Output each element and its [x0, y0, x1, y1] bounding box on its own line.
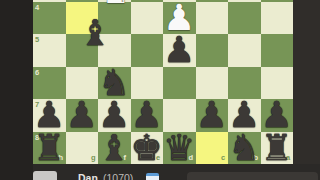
black-pawn-c7[interactable]: ♟ — [196, 99, 229, 132]
black-pawn-h7[interactable]: ♟ — [33, 99, 66, 132]
square-g8[interactable] — [66, 132, 99, 165]
chat-input-box[interactable] — [187, 172, 318, 180]
player-rating: (1070) — [103, 172, 133, 180]
black-pawn-d5[interactable]: ♟ — [163, 34, 196, 67]
square-e4[interactable] — [131, 2, 164, 35]
black-queen-d8[interactable]: ♛ — [163, 132, 196, 165]
black-rook-a8[interactable]: ♜ — [261, 132, 294, 165]
chess-board[interactable]: 45678hgfedcba♜♞♛♚♝♜♟♟♟♟♟♟♟♞♟♝♟♞ — [33, 0, 293, 164]
black-pawn-f7[interactable]: ♟ — [98, 99, 131, 132]
square-a4[interactable] — [261, 2, 294, 35]
black-rook-h8[interactable]: ♜ — [33, 132, 66, 165]
player-name[interactable]: Dan — [78, 172, 98, 180]
square-a5[interactable] — [261, 34, 294, 67]
player-flag-icon — [146, 173, 159, 180]
black-knight-b8[interactable]: ♞ — [228, 132, 261, 165]
black-pawn-e7[interactable]: ♟ — [131, 99, 164, 132]
square-b4[interactable] — [228, 2, 261, 35]
square-b5[interactable] — [228, 34, 261, 67]
square-h4[interactable] — [33, 2, 66, 35]
black-pawn-a7[interactable]: ♟ — [261, 99, 294, 132]
black-pawn-g7[interactable]: ♟ — [66, 99, 99, 132]
square-d6[interactable] — [163, 67, 196, 100]
square-e5[interactable] — [131, 34, 164, 67]
square-h5[interactable] — [33, 34, 66, 67]
black-king-e8[interactable]: ♚ — [131, 132, 164, 165]
black-pawn-b7[interactable]: ♟ — [228, 99, 261, 132]
square-c8[interactable] — [196, 132, 229, 165]
square-c5[interactable] — [196, 34, 229, 67]
white-pawn-d4[interactable]: ♟ — [163, 2, 196, 35]
square-c4[interactable] — [196, 2, 229, 35]
white-knight-f3[interactable]: ♞ — [98, 0, 131, 8]
black-bishop-g4[interactable]: ♝ — [79, 17, 112, 50]
right-panel-strip — [293, 0, 320, 164]
black-bishop-f8[interactable]: ♝ — [98, 132, 131, 165]
left-sidebar — [0, 0, 33, 180]
app-screen: 45678hgfedcba♜♞♛♚♝♜♟♟♟♟♟♟♟♞♟♝♟♞ Dan (107… — [0, 0, 320, 180]
player-avatar[interactable] — [33, 171, 57, 180]
black-knight-f6[interactable]: ♞ — [98, 67, 131, 100]
